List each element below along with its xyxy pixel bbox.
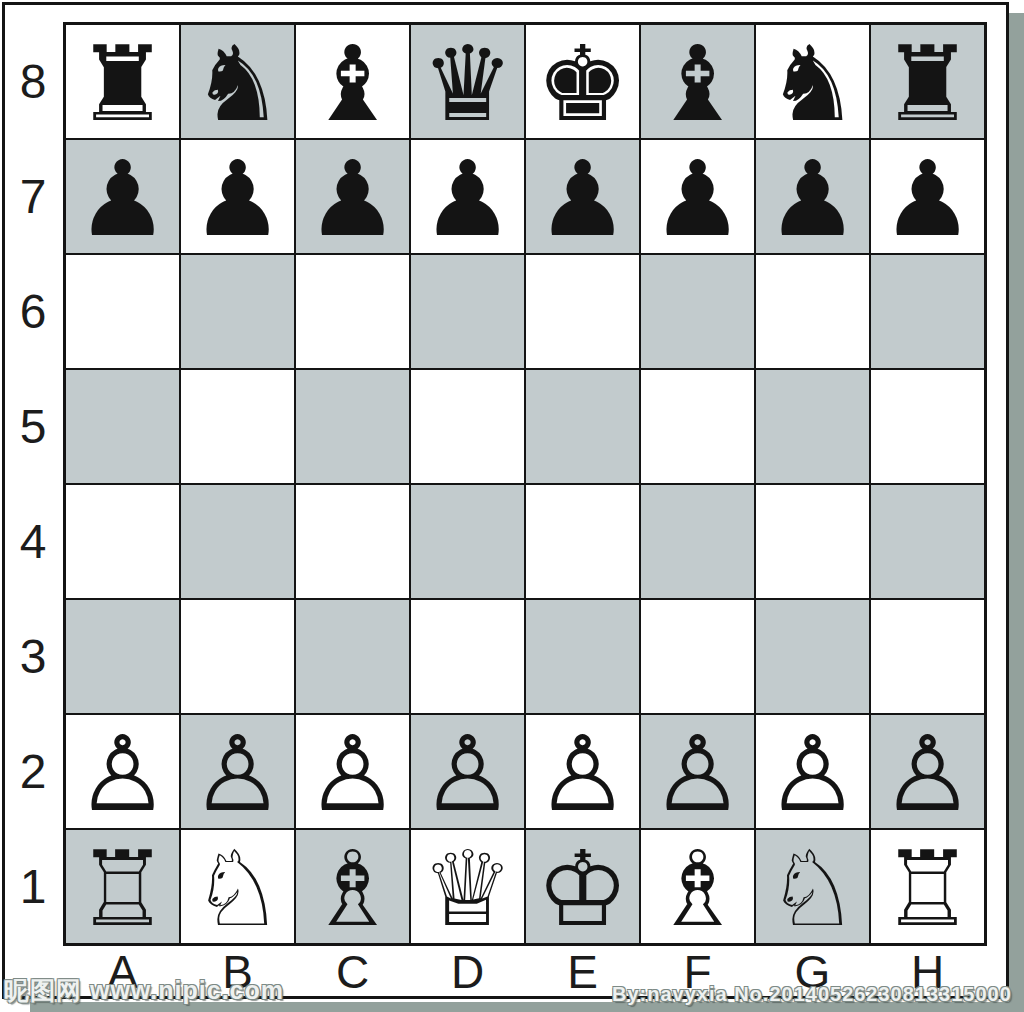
square-a2[interactable]: ♙ [66,715,179,828]
square-e5[interactable] [526,370,639,483]
square-f4[interactable] [641,485,754,598]
square-h3[interactable] [871,600,984,713]
white-rook-h1[interactable]: ♖ [881,837,974,941]
square-c7[interactable]: ♟ [296,140,409,253]
square-g4[interactable] [756,485,869,598]
file-label-d: D [411,950,524,994]
square-a1[interactable]: ♖ [66,830,179,943]
square-c1[interactable]: ♗ [296,830,409,943]
square-d6[interactable] [411,255,524,368]
square-f1[interactable]: ♗ [641,830,754,943]
square-b1[interactable]: ♘ [181,830,294,943]
square-d3[interactable] [411,600,524,713]
square-b6[interactable] [181,255,294,368]
square-b5[interactable] [181,370,294,483]
white-king-e1[interactable]: ♔ [536,837,629,941]
white-pawn-g2[interactable]: ♙ [766,722,859,826]
square-a3[interactable] [66,600,179,713]
rank-label-1: 1 [6,830,60,943]
black-pawn-f7[interactable]: ♟ [651,147,744,251]
square-f6[interactable] [641,255,754,368]
square-d7[interactable]: ♟ [411,140,524,253]
rank-label-8: 8 [6,25,60,138]
white-pawn-e2[interactable]: ♙ [536,722,629,826]
square-c4[interactable] [296,485,409,598]
white-rook-a1[interactable]: ♖ [76,837,169,941]
square-h5[interactable] [871,370,984,483]
square-a5[interactable] [66,370,179,483]
square-e4[interactable] [526,485,639,598]
white-pawn-f2[interactable]: ♙ [651,722,744,826]
square-e6[interactable] [526,255,639,368]
watermark-author: By:navyxia No.20140526230813315000 [612,983,1012,1006]
square-f5[interactable] [641,370,754,483]
square-g6[interactable] [756,255,869,368]
white-queen-d1[interactable]: ♕ [421,837,514,941]
rank-label-6: 6 [6,255,60,368]
square-c8[interactable]: ♝ [296,25,409,138]
black-knight-g8[interactable]: ♞ [766,32,859,136]
square-a4[interactable] [66,485,179,598]
square-b8[interactable]: ♞ [181,25,294,138]
square-d1[interactable]: ♕ [411,830,524,943]
square-a8[interactable]: ♜ [66,25,179,138]
rank-label-5: 5 [6,370,60,483]
black-knight-b8[interactable]: ♞ [191,32,284,136]
square-e7[interactable]: ♟ [526,140,639,253]
square-g1[interactable]: ♘ [756,830,869,943]
watermark-nipic: 昵图网 www.nipic.com [4,974,284,1007]
chess-board: ♜♞♝♛♚♝♞♜♟♟♟♟♟♟♟♟♙♙♙♙♙♙♙♙♖♘♗♕♔♗♘♖ [63,22,987,946]
rank-label-3: 3 [6,600,60,713]
black-pawn-e7[interactable]: ♟ [536,147,629,251]
board-drop-shadow-right [1009,13,1024,1012]
square-f7[interactable]: ♟ [641,140,754,253]
square-g3[interactable] [756,600,869,713]
square-h7[interactable]: ♟ [871,140,984,253]
white-pawn-a2[interactable]: ♙ [76,722,169,826]
square-h1[interactable]: ♖ [871,830,984,943]
black-pawn-a7[interactable]: ♟ [76,147,169,251]
black-rook-h8[interactable]: ♜ [881,32,974,136]
square-g2[interactable]: ♙ [756,715,869,828]
square-b4[interactable] [181,485,294,598]
square-b2[interactable]: ♙ [181,715,294,828]
white-bishop-f1[interactable]: ♗ [651,837,744,941]
square-f8[interactable]: ♝ [641,25,754,138]
square-b3[interactable] [181,600,294,713]
square-g5[interactable] [756,370,869,483]
square-d4[interactable] [411,485,524,598]
square-c2[interactable]: ♙ [296,715,409,828]
square-h2[interactable]: ♙ [871,715,984,828]
white-pawn-c2[interactable]: ♙ [306,722,399,826]
square-f3[interactable] [641,600,754,713]
square-b7[interactable]: ♟ [181,140,294,253]
black-bishop-f8[interactable]: ♝ [651,32,744,136]
square-e1[interactable]: ♔ [526,830,639,943]
black-king-e8[interactable]: ♚ [536,32,629,136]
white-pawn-b2[interactable]: ♙ [191,722,284,826]
white-bishop-c1[interactable]: ♗ [306,837,399,941]
white-knight-b1[interactable]: ♘ [191,837,284,941]
black-pawn-g7[interactable]: ♟ [766,147,859,251]
square-d2[interactable]: ♙ [411,715,524,828]
black-rook-a8[interactable]: ♜ [76,32,169,136]
black-pawn-h7[interactable]: ♟ [881,147,974,251]
square-c3[interactable] [296,600,409,713]
rank-label-4: 4 [6,485,60,598]
black-bishop-c8[interactable]: ♝ [306,32,399,136]
square-e8[interactable]: ♚ [526,25,639,138]
square-h4[interactable] [871,485,984,598]
black-pawn-d7[interactable]: ♟ [421,147,514,251]
square-d8[interactable]: ♛ [411,25,524,138]
square-c5[interactable] [296,370,409,483]
square-a6[interactable] [66,255,179,368]
file-label-c: C [296,950,409,994]
square-h8[interactable]: ♜ [871,25,984,138]
square-e2[interactable]: ♙ [526,715,639,828]
rank-label-7: 7 [6,140,60,253]
square-g8[interactable]: ♞ [756,25,869,138]
rank-label-2: 2 [6,715,60,828]
square-g7[interactable]: ♟ [756,140,869,253]
white-knight-g1[interactable]: ♘ [766,837,859,941]
square-e3[interactable] [526,600,639,713]
white-pawn-h2[interactable]: ♙ [881,722,974,826]
square-d5[interactable] [411,370,524,483]
black-pawn-b7[interactable]: ♟ [191,147,284,251]
square-h6[interactable] [871,255,984,368]
square-a7[interactable]: ♟ [66,140,179,253]
white-pawn-d2[interactable]: ♙ [421,722,514,826]
black-pawn-c7[interactable]: ♟ [306,147,399,251]
black-queen-d8[interactable]: ♛ [421,32,514,136]
square-c6[interactable] [296,255,409,368]
square-f2[interactable]: ♙ [641,715,754,828]
